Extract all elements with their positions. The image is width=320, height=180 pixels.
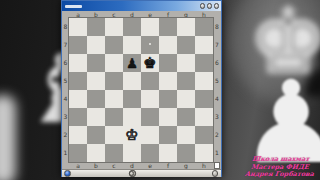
- side-to-move-indicator: [214, 162, 221, 169]
- white-king[interactable]: ♚: [123, 126, 141, 144]
- statusbar-right-button[interactable]: [212, 170, 219, 177]
- coordinate-label: c: [105, 162, 123, 169]
- square-a7[interactable]: [69, 36, 87, 54]
- coordinate-label: h: [195, 162, 213, 169]
- background-highlight: [228, 0, 320, 105]
- background-dark-pawn-photo: ♟: [290, 18, 320, 113]
- square-e8[interactable]: [141, 18, 159, 36]
- rank-labels-right: 87654321: [213, 18, 221, 162]
- square-h2[interactable]: [195, 126, 213, 144]
- window-title: [65, 5, 82, 9]
- square-h8[interactable]: [195, 18, 213, 36]
- square-a3[interactable]: [69, 108, 87, 126]
- square-g3[interactable]: [177, 108, 195, 126]
- square-d5[interactable]: [123, 72, 141, 90]
- coordinate-label: d: [123, 11, 141, 18]
- black-king[interactable]: ♚: [141, 54, 159, 72]
- window-control-button[interactable]: [207, 3, 213, 9]
- coordinate-label: 6: [213, 54, 221, 72]
- coordinate-label: g: [177, 162, 195, 169]
- watermark-line: Школа шахмат: [241, 156, 320, 164]
- square-e2[interactable]: [141, 126, 159, 144]
- record-button[interactable]: [64, 170, 71, 177]
- square-g7[interactable]: [177, 36, 195, 54]
- square-d4[interactable]: [123, 90, 141, 108]
- square-h1[interactable]: [195, 144, 213, 162]
- square-f3[interactable]: [159, 108, 177, 126]
- square-a6[interactable]: [69, 54, 87, 72]
- square-b2[interactable]: [87, 126, 105, 144]
- square-g4[interactable]: [177, 90, 195, 108]
- square-d1[interactable]: [123, 144, 141, 162]
- square-d2[interactable]: ♚: [123, 126, 141, 144]
- board-frame: abcdefgh 87654321 ♟♚♚ 87654321 abcdefgh: [62, 11, 221, 169]
- square-h5[interactable]: [195, 72, 213, 90]
- square-f6[interactable]: [159, 54, 177, 72]
- coordinate-label: 8: [213, 18, 221, 36]
- square-e7[interactable]: [141, 36, 159, 54]
- background-white-piece-edge: [0, 95, 16, 180]
- square-f4[interactable]: [159, 90, 177, 108]
- square-a8[interactable]: [69, 18, 87, 36]
- coordinate-label: e: [141, 11, 159, 18]
- square-h3[interactable]: [195, 108, 213, 126]
- square-c1[interactable]: [105, 144, 123, 162]
- coordinate-label: 3: [62, 108, 69, 126]
- window-control-button[interactable]: [214, 3, 220, 9]
- square-h6[interactable]: [195, 54, 213, 72]
- coordinate-label: c: [105, 11, 123, 18]
- square-b3[interactable]: [87, 108, 105, 126]
- square-a4[interactable]: [69, 90, 87, 108]
- coordinate-label: a: [69, 162, 87, 169]
- square-c4[interactable]: [105, 90, 123, 108]
- square-d3[interactable]: [123, 108, 141, 126]
- rank-labels-left: 87654321: [62, 18, 69, 162]
- window-controls: [200, 3, 220, 9]
- coordinate-label: 5: [213, 72, 221, 90]
- chess-program-window: abcdefgh 87654321 ♟♚♚ 87654321 abcdefgh: [61, 0, 222, 177]
- coordinate-label: g: [177, 11, 195, 18]
- titlebar: [62, 1, 221, 11]
- square-b8[interactable]: [87, 18, 105, 36]
- coordinate-label: 6: [62, 54, 69, 72]
- square-b4[interactable]: [87, 90, 105, 108]
- coordinate-label: 2: [213, 126, 221, 144]
- background-white-king-photo: ♚: [247, 0, 320, 88]
- square-g2[interactable]: [177, 126, 195, 144]
- screenshot: ♝ ♟ ♚ ♟ abcdefgh 87654321 ♟♚♚ 87654321 a…: [0, 0, 320, 180]
- square-a2[interactable]: [69, 126, 87, 144]
- move-marker-dot: [149, 43, 152, 46]
- square-e5[interactable]: [141, 72, 159, 90]
- coordinate-label: 4: [62, 90, 69, 108]
- coordinate-label: 1: [62, 144, 69, 162]
- coordinate-label: b: [87, 11, 105, 18]
- black-pawn[interactable]: ♟: [123, 54, 141, 72]
- square-a5[interactable]: [69, 72, 87, 90]
- file-labels-top: abcdefgh: [69, 11, 213, 18]
- square-c5[interactable]: [105, 72, 123, 90]
- square-b5[interactable]: [87, 72, 105, 90]
- coordinate-label: f: [159, 162, 177, 169]
- square-g8[interactable]: [177, 18, 195, 36]
- square-e4[interactable]: [141, 90, 159, 108]
- coordinate-label: 4: [213, 90, 221, 108]
- coordinate-label: 3: [213, 108, 221, 126]
- square-d6[interactable]: ♟: [123, 54, 141, 72]
- coordinate-label: 1: [213, 144, 221, 162]
- window-control-button[interactable]: [200, 3, 206, 9]
- coordinate-label: f: [159, 11, 177, 18]
- square-b1[interactable]: [87, 144, 105, 162]
- coordinate-label: d: [123, 162, 141, 169]
- square-h4[interactable]: [195, 90, 213, 108]
- square-g1[interactable]: [177, 144, 195, 162]
- coordinate-label: e: [141, 162, 159, 169]
- coordinate-label: 7: [213, 36, 221, 54]
- square-a1[interactable]: [69, 144, 87, 162]
- square-c6[interactable]: [105, 54, 123, 72]
- square-f7[interactable]: [159, 36, 177, 54]
- coordinate-label: 7: [62, 36, 69, 54]
- square-f8[interactable]: [159, 18, 177, 36]
- coordinate-label: 2: [62, 126, 69, 144]
- statusbar: [62, 169, 221, 177]
- square-c3[interactable]: [105, 108, 123, 126]
- square-e3[interactable]: [141, 108, 159, 126]
- square-c7[interactable]: [105, 36, 123, 54]
- square-e1[interactable]: [141, 144, 159, 162]
- coordinate-label: b: [87, 162, 105, 169]
- board: ♟♚♚: [69, 18, 213, 162]
- watermark: Школа шахмат Мастера ФИДЕ Андрея Горбато…: [240, 156, 320, 179]
- square-g5[interactable]: [177, 72, 195, 90]
- square-e6[interactable]: ♚: [141, 54, 159, 72]
- square-b6[interactable]: [87, 54, 105, 72]
- nav-last-button[interactable]: [129, 171, 134, 176]
- square-f5[interactable]: [159, 72, 177, 90]
- file-labels-bottom: abcdefgh: [69, 162, 213, 169]
- coordinate-label: 5: [62, 72, 69, 90]
- coordinate-label: 8: [62, 18, 69, 36]
- watermark-line: Андрея Горбатова: [240, 171, 319, 179]
- square-f2[interactable]: [159, 126, 177, 144]
- coordinate-label: h: [195, 11, 213, 18]
- square-f1[interactable]: [159, 144, 177, 162]
- square-g6[interactable]: [177, 54, 195, 72]
- coordinate-label: a: [69, 11, 87, 18]
- square-c8[interactable]: [105, 18, 123, 36]
- square-b7[interactable]: [87, 36, 105, 54]
- square-h7[interactable]: [195, 36, 213, 54]
- square-d7[interactable]: [123, 36, 141, 54]
- square-d8[interactable]: [123, 18, 141, 36]
- square-c2[interactable]: [105, 126, 123, 144]
